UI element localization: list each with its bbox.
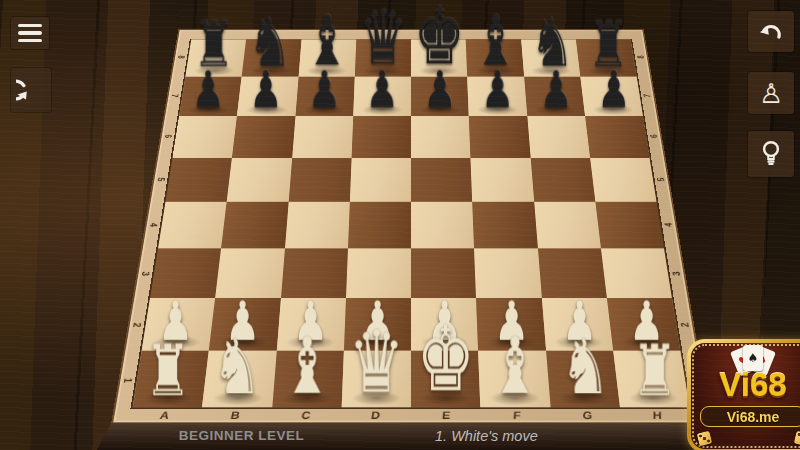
vi68-domain-text: Vi68.me xyxy=(700,406,800,427)
rank-label-2: 2 xyxy=(651,319,719,330)
choose-side-button[interactable]: ♙ xyxy=(748,72,794,114)
rank-label-2: 2 xyxy=(103,319,171,330)
square-d5[interactable] xyxy=(350,158,411,202)
square-f5[interactable] xyxy=(471,158,534,202)
rank-label-5: 5 xyxy=(130,175,192,184)
black-pawn[interactable]: ♟ xyxy=(469,64,527,115)
square-g4[interactable] xyxy=(534,202,601,249)
square-e7[interactable]: ♟ xyxy=(411,77,469,116)
vi68-brand-text: Vi68 xyxy=(691,366,800,404)
square-g7[interactable]: ♟ xyxy=(524,77,585,116)
white-bishop[interactable]: ♝ xyxy=(481,328,551,406)
black-pawn[interactable]: ♟ xyxy=(353,64,411,115)
rank-label-8: 8 xyxy=(612,53,669,61)
square-f7[interactable]: ♟ xyxy=(467,77,527,116)
rank-label-3: 3 xyxy=(644,268,710,279)
black-pawn[interactable]: ♟ xyxy=(411,64,469,115)
file-label-g: G xyxy=(552,409,623,422)
rank-label-7: 7 xyxy=(145,91,204,99)
square-b4[interactable] xyxy=(221,202,288,249)
square-c4[interactable] xyxy=(285,202,350,249)
difficulty-level-label: BEGINNER LEVEL xyxy=(179,428,305,443)
undo-button[interactable] xyxy=(748,11,794,52)
black-pawn[interactable]: ♟ xyxy=(237,64,295,115)
square-b7[interactable]: ♟ xyxy=(237,77,298,116)
undo-arrow-icon xyxy=(755,17,787,47)
black-pawn[interactable]: ♟ xyxy=(295,64,353,115)
move-indicator-label: 1. White's move xyxy=(435,428,538,444)
menu-button[interactable] xyxy=(11,17,49,49)
rank-label-3: 3 xyxy=(112,268,178,279)
square-d4[interactable] xyxy=(348,202,411,249)
chess-board: ♜♞♝♛♚♝♞♜♟♟♟♟♟♟♟♟♟♟♟♟♟♟♟♟♜♞♝♛♚♝♞♜ 8765432… xyxy=(111,29,711,424)
file-label-a: A xyxy=(127,409,201,422)
status-bar: BEGINNER LEVEL 1. White's move xyxy=(97,423,725,450)
square-e1[interactable]: ♚ xyxy=(411,351,481,407)
square-e6[interactable] xyxy=(411,116,471,158)
rank-label-8: 8 xyxy=(152,53,209,61)
black-pawn[interactable]: ♟ xyxy=(527,64,585,115)
square-d6[interactable] xyxy=(351,116,411,158)
square-e4[interactable] xyxy=(411,202,474,249)
die-right-icon xyxy=(794,431,800,447)
square-g1[interactable]: ♞ xyxy=(546,351,620,407)
rank-label-6: 6 xyxy=(138,132,198,141)
hint-button[interactable] xyxy=(748,131,794,177)
file-labels-bottom: ABCDEFGH xyxy=(128,409,693,422)
square-c6[interactable] xyxy=(292,116,353,158)
white-queen[interactable]: ♛ xyxy=(341,320,411,406)
file-label-c: C xyxy=(269,409,342,422)
square-c5[interactable] xyxy=(288,158,351,202)
die-left-icon xyxy=(697,431,713,447)
white-bishop[interactable]: ♝ xyxy=(272,328,342,406)
square-b6[interactable] xyxy=(232,116,295,158)
file-label-e: E xyxy=(410,409,482,422)
square-d1[interactable]: ♛ xyxy=(341,351,411,407)
rank-label-4: 4 xyxy=(637,220,701,230)
board-squares: ♜♞♝♛♚♝♞♜♟♟♟♟♟♟♟♟♟♟♟♟♟♟♟♟♜♞♝♛♚♝♞♜ xyxy=(130,39,691,409)
square-g6[interactable] xyxy=(527,116,590,158)
square-b5[interactable] xyxy=(227,158,292,202)
square-b1[interactable]: ♞ xyxy=(202,351,276,407)
rank-label-6: 6 xyxy=(624,132,684,141)
rotate-board-icon xyxy=(16,75,46,105)
square-c7[interactable]: ♟ xyxy=(295,77,355,116)
vi68-watermark[interactable]: ♥ ♠ ♦ Vi68 Vi68.me xyxy=(687,339,800,450)
square-f6[interactable] xyxy=(469,116,530,158)
rank-label-5: 5 xyxy=(630,175,692,184)
black-pawn[interactable]: ♟ xyxy=(585,64,643,115)
rank-label-4: 4 xyxy=(121,220,185,230)
file-label-d: D xyxy=(339,409,411,422)
pawn-outline-icon: ♙ xyxy=(759,80,783,107)
square-g5[interactable] xyxy=(530,158,595,202)
square-c1[interactable]: ♝ xyxy=(272,351,344,407)
white-rook[interactable]: ♜ xyxy=(620,335,690,406)
rank-label-7: 7 xyxy=(618,91,677,99)
square-e5[interactable] xyxy=(411,158,472,202)
white-king[interactable]: ♚ xyxy=(411,315,481,405)
rank-label-1: 1 xyxy=(92,374,163,386)
square-f4[interactable] xyxy=(472,202,537,249)
white-rook[interactable]: ♜ xyxy=(133,335,203,406)
square-d7[interactable]: ♟ xyxy=(353,77,411,116)
white-knight[interactable]: ♞ xyxy=(202,329,272,405)
hamburger-menu-icon xyxy=(18,24,42,43)
rotate-board-button[interactable] xyxy=(11,68,51,112)
white-knight[interactable]: ♞ xyxy=(550,329,620,405)
black-pawn[interactable]: ♟ xyxy=(179,64,237,115)
file-label-b: B xyxy=(198,409,271,422)
lightbulb-icon xyxy=(756,138,786,170)
square-f1[interactable]: ♝ xyxy=(478,351,550,407)
file-label-h: H xyxy=(622,409,693,422)
file-label-f: F xyxy=(481,409,552,422)
